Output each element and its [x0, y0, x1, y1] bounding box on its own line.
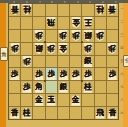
- square-2a[interactable]: 桂: [95, 4, 106, 16]
- square-2i[interactable]: 飛: [95, 107, 106, 119]
- rank-label: 九: [120, 110, 122, 117]
- shogi-app-window: 987654321 香桂桂香飛金王歩歩歩銀歩歩銀歩金歩歩歩銀歩歩歩歩歩歩歩歩角銀…: [0, 0, 128, 127]
- gote-knight-piece[interactable]: 桂: [95, 4, 105, 15]
- sente-pawn-piece[interactable]: 歩: [58, 69, 68, 80]
- gote-king-piece[interactable]: 王: [83, 17, 93, 28]
- square-9d[interactable]: 歩: [9, 43, 20, 55]
- square-8h[interactable]: [21, 94, 32, 106]
- square-7i[interactable]: [33, 107, 44, 119]
- gote-pawn-piece[interactable]: 歩: [46, 43, 56, 54]
- square-9a[interactable]: 香: [9, 4, 20, 16]
- gote-pawn-piece[interactable]: 歩: [10, 43, 20, 54]
- square-1d[interactable]: 歩: [107, 43, 118, 55]
- file-label: 5: [64, 1, 66, 2]
- square-5e[interactable]: [58, 56, 69, 68]
- pawn-kanji: 歩: [124, 58, 128, 63]
- square-3a[interactable]: [82, 4, 93, 16]
- square-9b[interactable]: [9, 17, 20, 29]
- gote-lance-piece[interactable]: 香: [107, 4, 117, 15]
- rank-label: 四: [120, 45, 122, 52]
- star-point: [81, 80, 83, 82]
- square-6c[interactable]: [46, 30, 57, 42]
- gote-pawn-piece[interactable]: 歩: [58, 30, 68, 41]
- square-1f[interactable]: 歩: [107, 68, 118, 80]
- square-7g[interactable]: 角: [33, 81, 44, 93]
- board-grid: 香桂桂香飛金王歩歩歩銀歩歩銀歩金歩歩歩銀歩歩歩歩歩歩歩歩角銀桂金玉金香桂飛香: [8, 3, 119, 120]
- square-3i[interactable]: [82, 107, 93, 119]
- square-6g[interactable]: [46, 81, 57, 93]
- square-6b[interactable]: 飛: [46, 17, 57, 29]
- file-label: 9: [13, 1, 15, 2]
- rank-label: 六: [120, 71, 122, 78]
- gote-gold-piece[interactable]: 金: [58, 43, 68, 54]
- square-9h[interactable]: [9, 94, 20, 106]
- gote-silver-piece[interactable]: 銀: [34, 43, 44, 54]
- star-point: [81, 41, 83, 43]
- square-8b[interactable]: [21, 17, 32, 29]
- square-1b[interactable]: [107, 17, 118, 29]
- square-5b[interactable]: [58, 17, 69, 29]
- square-8g[interactable]: 歩: [21, 81, 32, 93]
- square-7c[interactable]: 歩: [33, 30, 44, 42]
- square-2g[interactable]: [95, 81, 106, 93]
- square-3f[interactable]: 歩: [82, 68, 93, 80]
- square-8d[interactable]: [21, 43, 32, 55]
- square-4c[interactable]: 歩: [70, 30, 81, 42]
- square-8c[interactable]: [21, 30, 32, 42]
- square-6f[interactable]: 歩: [46, 68, 57, 80]
- square-3c[interactable]: 銀: [82, 30, 93, 42]
- square-5f[interactable]: 歩: [58, 68, 69, 80]
- gote-lance-piece[interactable]: 香: [10, 4, 20, 15]
- gote-pawn-piece[interactable]: 歩: [22, 56, 32, 67]
- square-7f[interactable]: 歩: [33, 68, 44, 80]
- file-label: 1: [115, 1, 117, 2]
- sente-hand-bishop-piece[interactable]: 角: [0, 47, 8, 61]
- file-label: 3: [89, 1, 91, 2]
- rank-label: 二: [120, 19, 122, 26]
- sente-king-piece[interactable]: 玉: [46, 95, 56, 106]
- square-2b[interactable]: [95, 17, 106, 29]
- square-9c[interactable]: [9, 30, 20, 42]
- square-7h[interactable]: 金: [33, 94, 44, 106]
- sente-rook-piece[interactable]: 飛: [95, 108, 105, 119]
- gote-gold-piece[interactable]: 金: [71, 17, 81, 28]
- sente-bishop-piece[interactable]: 角: [34, 82, 44, 93]
- square-1h[interactable]: [107, 94, 118, 106]
- square-5g[interactable]: 銀: [58, 81, 69, 93]
- star-point: [44, 41, 46, 43]
- square-5d[interactable]: 金: [58, 43, 69, 55]
- square-6i[interactable]: [46, 107, 57, 119]
- star-point: [44, 80, 46, 82]
- sente-silver-piece[interactable]: 銀: [58, 82, 68, 93]
- square-8a[interactable]: 桂: [21, 4, 32, 16]
- square-3h[interactable]: [82, 94, 93, 106]
- square-1i[interactable]: 香: [107, 107, 118, 119]
- square-6h[interactable]: 玉: [46, 94, 57, 106]
- square-8f[interactable]: [21, 68, 32, 80]
- gote-pawn-piece[interactable]: 歩: [95, 30, 105, 41]
- sente-lance-piece[interactable]: 香: [10, 108, 20, 119]
- sente-pawn-piece[interactable]: 歩: [71, 69, 81, 80]
- file-label: 7: [39, 1, 41, 2]
- square-7e[interactable]: [33, 56, 44, 68]
- square-2c[interactable]: 歩: [95, 30, 106, 42]
- square-7b[interactable]: [33, 17, 44, 29]
- square-8e[interactable]: 歩: [21, 56, 32, 68]
- rank-label: 三: [120, 32, 122, 39]
- square-4f[interactable]: 歩: [70, 68, 81, 80]
- square-4i[interactable]: [70, 107, 81, 119]
- square-1e[interactable]: [107, 56, 118, 68]
- sente-pawn-piece[interactable]: 歩: [46, 69, 56, 80]
- square-7d[interactable]: 銀: [33, 43, 44, 55]
- square-1c[interactable]: [107, 30, 118, 42]
- sente-pawn-piece[interactable]: 歩: [10, 69, 20, 80]
- square-3d[interactable]: 歩: [82, 43, 93, 55]
- square-2e[interactable]: [95, 56, 106, 68]
- file-label: 8: [26, 1, 28, 2]
- gote-silver-piece[interactable]: 銀: [83, 30, 93, 41]
- gote-hand-pawn-piece[interactable]: 歩: [123, 55, 128, 67]
- gote-pawn-piece[interactable]: 歩: [107, 43, 117, 54]
- rank-label: 一: [120, 6, 122, 13]
- sente-gold-piece[interactable]: 金: [71, 95, 81, 106]
- square-4a[interactable]: [70, 4, 81, 16]
- rank-label: 八: [120, 97, 122, 104]
- sente-pawn-piece[interactable]: 歩: [34, 69, 44, 80]
- square-4h[interactable]: 金: [70, 94, 81, 106]
- square-9f[interactable]: 歩: [9, 68, 20, 80]
- file-label: 2: [102, 1, 104, 2]
- square-4b[interactable]: 金: [70, 17, 81, 29]
- sente-knight-piece[interactable]: 桂: [83, 82, 93, 93]
- square-6d[interactable]: 歩: [46, 43, 57, 55]
- square-7a[interactable]: [33, 4, 44, 16]
- square-4g[interactable]: [70, 81, 81, 93]
- gote-rook-piece[interactable]: 飛: [46, 17, 56, 28]
- square-9e[interactable]: [9, 56, 20, 68]
- square-9i[interactable]: 香: [9, 107, 20, 119]
- square-3b[interactable]: 王: [82, 17, 93, 29]
- sente-silver-piece[interactable]: 銀: [83, 56, 93, 67]
- square-8i[interactable]: 桂: [21, 107, 32, 119]
- square-4e[interactable]: [70, 56, 81, 68]
- square-6a[interactable]: [46, 4, 57, 16]
- sente-lance-piece[interactable]: 香: [107, 108, 117, 119]
- square-5a[interactable]: [58, 4, 69, 16]
- square-9g[interactable]: [9, 81, 20, 93]
- gote-knight-piece[interactable]: 桂: [22, 4, 32, 15]
- square-2d[interactable]: [95, 43, 106, 55]
- sente-pawn-piece[interactable]: 歩: [83, 69, 93, 80]
- square-5c[interactable]: 歩: [58, 30, 69, 42]
- gote-pawn-piece[interactable]: 歩: [71, 30, 81, 41]
- square-4d[interactable]: [70, 43, 81, 55]
- square-2f[interactable]: [95, 68, 106, 80]
- square-5i[interactable]: [58, 107, 69, 119]
- file-label: 4: [77, 1, 79, 2]
- square-3e[interactable]: 銀: [82, 56, 93, 68]
- gote-pawn-piece[interactable]: 歩: [83, 43, 93, 54]
- sente-knight-piece[interactable]: 桂: [22, 108, 32, 119]
- sente-pawn-piece[interactable]: 歩: [22, 82, 32, 93]
- square-6e[interactable]: [46, 56, 57, 68]
- square-1g[interactable]: [107, 81, 118, 93]
- file-label: 6: [51, 1, 53, 2]
- gote-pawn-piece[interactable]: 歩: [34, 30, 44, 41]
- square-3g[interactable]: 桂: [82, 81, 93, 93]
- square-2h[interactable]: [95, 94, 106, 106]
- square-5h[interactable]: [58, 94, 69, 106]
- sente-gold-piece[interactable]: 金: [34, 95, 44, 106]
- square-1a[interactable]: 香: [107, 4, 118, 16]
- sente-pawn-piece[interactable]: 歩: [107, 69, 117, 80]
- rank-label: 七: [120, 84, 122, 91]
- bishop-kanji: 角: [1, 51, 6, 56]
